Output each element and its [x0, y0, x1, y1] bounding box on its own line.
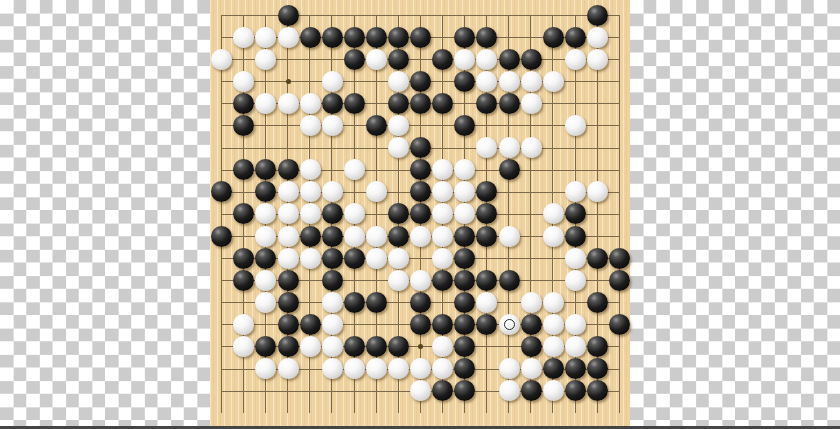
stone-black [587, 336, 608, 357]
stone-black [366, 27, 387, 48]
stone-black [300, 314, 321, 335]
stone-black [366, 336, 387, 357]
stone-white [565, 181, 586, 202]
stone-black [255, 248, 276, 269]
stone-white [278, 226, 299, 247]
stone-white [388, 358, 409, 379]
stone-white [388, 115, 409, 136]
stone-black [521, 314, 542, 335]
stone-black [476, 270, 497, 291]
stone-white [410, 270, 431, 291]
stone-black [366, 115, 387, 136]
stone-black [587, 248, 608, 269]
stone-black [278, 270, 299, 291]
stone-black [587, 5, 608, 26]
stone-white [278, 248, 299, 269]
stone-black [454, 270, 475, 291]
stone-black [322, 248, 343, 269]
stone-black [388, 49, 409, 70]
stone-white [565, 270, 586, 291]
stone-black [322, 93, 343, 114]
stone-black [344, 49, 365, 70]
stone-white [278, 27, 299, 48]
stone-black [565, 226, 586, 247]
stone-white [521, 358, 542, 379]
stone-black [278, 314, 299, 335]
star-point [286, 79, 291, 84]
stone-black [322, 226, 343, 247]
stone-white [233, 71, 254, 92]
stone-black [454, 27, 475, 48]
stone-black [278, 5, 299, 26]
stone-white [344, 226, 365, 247]
stone-white [344, 159, 365, 180]
stone-white [454, 49, 475, 70]
screenshot-canvas [0, 0, 840, 429]
stone-black [344, 27, 365, 48]
stone-black [388, 226, 409, 247]
stone-white [587, 49, 608, 70]
stone-black [300, 27, 321, 48]
stone-white [521, 71, 542, 92]
stone-white [499, 226, 520, 247]
stone-white [255, 226, 276, 247]
stone-white [565, 248, 586, 269]
stone-white [543, 203, 564, 224]
stone-white [565, 314, 586, 335]
stone-black [432, 270, 453, 291]
stone-black [499, 93, 520, 114]
stone-white [388, 137, 409, 158]
stone-white [300, 159, 321, 180]
stone-white [587, 27, 608, 48]
stone-white [322, 314, 343, 335]
stone-black [344, 248, 365, 269]
stone-black [476, 27, 497, 48]
stone-white [255, 49, 276, 70]
stone-white [521, 292, 542, 313]
stone-black [587, 358, 608, 379]
stone-white [476, 49, 497, 70]
stone-white [565, 49, 586, 70]
stone-white [499, 137, 520, 158]
stone-white [366, 226, 387, 247]
stone-white [322, 292, 343, 313]
stone-black [454, 292, 475, 313]
stone-black [322, 27, 343, 48]
stone-white [300, 181, 321, 202]
stone-black [233, 270, 254, 291]
stone-black [278, 159, 299, 180]
stone-white [543, 380, 564, 401]
stone-black [410, 27, 431, 48]
stone-white [278, 93, 299, 114]
stone-white [300, 203, 321, 224]
stone-black [454, 248, 475, 269]
stone-white [410, 226, 431, 247]
stone-black [388, 336, 409, 357]
stone-black [587, 380, 608, 401]
stone-white [543, 226, 564, 247]
stone-white [432, 248, 453, 269]
stone-white [521, 93, 542, 114]
stone-white [366, 358, 387, 379]
stone-white [521, 137, 542, 158]
stone-white [388, 71, 409, 92]
stone-white [565, 115, 586, 136]
stone-black [609, 270, 630, 291]
stone-black [233, 248, 254, 269]
stone-white [233, 27, 254, 48]
stone-white [388, 248, 409, 269]
stone-black [521, 380, 542, 401]
stone-black [322, 270, 343, 291]
stone-black [499, 159, 520, 180]
stone-black [543, 358, 564, 379]
stone-white [255, 27, 276, 48]
stone-black [432, 93, 453, 114]
stone-black [410, 71, 431, 92]
stone-black [454, 71, 475, 92]
stone-white [499, 358, 520, 379]
stone-white [300, 93, 321, 114]
stone-white [300, 248, 321, 269]
stone-white [278, 203, 299, 224]
stone-black [499, 270, 520, 291]
stone-black [410, 314, 431, 335]
stone-black [410, 93, 431, 114]
stone-black [388, 27, 409, 48]
stone-white [499, 380, 520, 401]
stone-black [300, 226, 321, 247]
stone-white [565, 336, 586, 357]
stone-black [388, 93, 409, 114]
stone-white [211, 49, 232, 70]
stone-white [300, 336, 321, 357]
stone-white [366, 49, 387, 70]
stone-white [499, 314, 520, 335]
stone-black [565, 358, 586, 379]
stone-white [322, 336, 343, 357]
stone-black [211, 226, 232, 247]
stone-black [521, 49, 542, 70]
stone-black [609, 314, 630, 335]
stone-white [322, 115, 343, 136]
stone-black [344, 292, 365, 313]
stone-black [432, 314, 453, 335]
stone-black [543, 27, 564, 48]
stone-black [565, 27, 586, 48]
stone-black [278, 292, 299, 313]
stone-black [499, 49, 520, 70]
stone-black [587, 292, 608, 313]
stone-black [322, 203, 343, 224]
stone-black [476, 226, 497, 247]
stone-white [543, 336, 564, 357]
stone-white [278, 358, 299, 379]
stone-white [300, 115, 321, 136]
stone-white [543, 314, 564, 335]
stone-white [366, 248, 387, 269]
stone-white [322, 181, 343, 202]
stone-black [410, 292, 431, 313]
stone-white [322, 71, 343, 92]
last-move-marker [504, 319, 515, 330]
stone-white [543, 71, 564, 92]
stone-white [344, 358, 365, 379]
stone-white [388, 270, 409, 291]
stone-white [278, 181, 299, 202]
stone-black [454, 226, 475, 247]
stone-white [499, 71, 520, 92]
stone-black [344, 336, 365, 357]
stone-black [366, 292, 387, 313]
stone-black [344, 93, 365, 114]
stone-black [521, 336, 542, 357]
stone-white [543, 292, 564, 313]
stone-black [609, 248, 630, 269]
stone-white [322, 358, 343, 379]
stone-black [278, 336, 299, 357]
stone-white [432, 226, 453, 247]
stone-black [432, 49, 453, 70]
go-board [210, 0, 630, 429]
stone-black [565, 380, 586, 401]
stone-white [255, 270, 276, 291]
